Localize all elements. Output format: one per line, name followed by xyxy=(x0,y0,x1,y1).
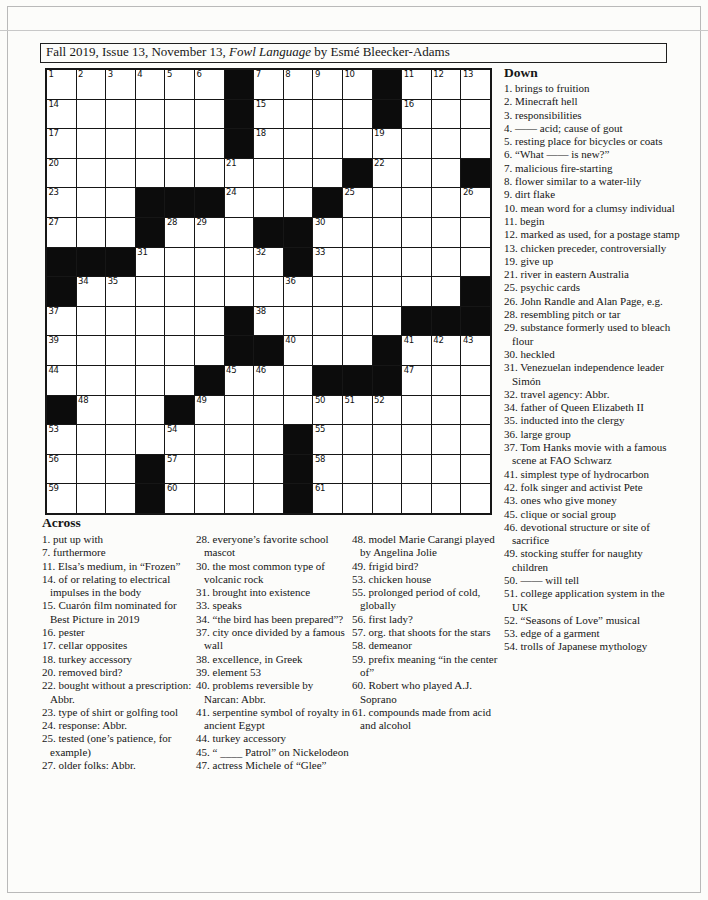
grid-cell[interactable]: 41 xyxy=(402,336,431,365)
grid-cell[interactable] xyxy=(106,396,135,425)
down-clue: 34. father of Queen Elizabeth II xyxy=(504,401,680,414)
grid-cell[interactable] xyxy=(106,100,135,129)
black-cell xyxy=(47,277,76,306)
black-cell xyxy=(373,366,402,395)
grid-cell[interactable]: 44 xyxy=(47,366,76,395)
grid-cell[interactable] xyxy=(106,129,135,158)
grid-cell[interactable] xyxy=(402,484,431,513)
cell-number: 21 xyxy=(226,159,236,169)
grid-cell[interactable] xyxy=(432,277,461,306)
down-clue: 2. Minecraft hell xyxy=(504,95,680,108)
grid-cell[interactable] xyxy=(136,100,165,129)
grid-cell[interactable]: 46 xyxy=(254,366,283,395)
grid-cell[interactable]: 12 xyxy=(432,70,461,99)
grid-cell[interactable]: 33 xyxy=(313,248,342,277)
cell-number: 20 xyxy=(49,159,59,169)
crossword-grid: 1234567891011121314151617181920212223242… xyxy=(45,68,492,515)
black-cell xyxy=(195,366,224,395)
black-cell xyxy=(373,336,402,365)
grid-cell[interactable]: 61 xyxy=(313,484,342,513)
grid-cell[interactable] xyxy=(136,425,165,454)
across-col-2: 28. everyone’s favorite school mascot30.… xyxy=(196,533,350,772)
grid-cell[interactable] xyxy=(373,307,402,336)
grid-cell[interactable]: 9 xyxy=(313,70,342,99)
down-clue: 28. resembling pitch or tar xyxy=(504,308,680,321)
grid-cell[interactable]: 8 xyxy=(284,70,313,99)
grid-cell[interactable]: 29 xyxy=(195,218,224,247)
across-clue: 14. of or relating to electrical impulse… xyxy=(42,573,192,600)
grid-cell[interactable] xyxy=(343,455,372,484)
grid-cell[interactable] xyxy=(77,188,106,217)
black-cell xyxy=(461,307,490,336)
down-clue: 45. clique or social group xyxy=(504,508,680,521)
grid-cell[interactable] xyxy=(195,455,224,484)
grid-cell[interactable] xyxy=(77,307,106,336)
grid-cell[interactable] xyxy=(165,129,194,158)
cell-number: 17 xyxy=(49,129,59,139)
grid-cell[interactable] xyxy=(373,455,402,484)
grid-cell[interactable]: 55 xyxy=(313,425,342,454)
grid-cell[interactable]: 20 xyxy=(47,159,76,188)
cell-number: 11 xyxy=(404,70,414,80)
grid-cell[interactable] xyxy=(461,366,490,395)
grid-cell[interactable] xyxy=(343,336,372,365)
across-clue: 28. everyone’s favorite school mascot xyxy=(196,533,350,560)
grid-cell[interactable] xyxy=(254,396,283,425)
grid-cell[interactable] xyxy=(432,188,461,217)
grid-cell[interactable]: 31 xyxy=(136,248,165,277)
grid-cell[interactable] xyxy=(432,218,461,247)
cell-number: 29 xyxy=(197,218,207,228)
grid-cell[interactable] xyxy=(165,159,194,188)
grid-cell[interactable] xyxy=(284,188,313,217)
grid-cell[interactable] xyxy=(343,129,372,158)
grid-cell[interactable] xyxy=(106,484,135,513)
cell-number: 5 xyxy=(167,70,172,80)
grid-cell[interactable]: 26 xyxy=(461,188,490,217)
black-cell xyxy=(225,129,254,158)
grid-cell[interactable] xyxy=(432,159,461,188)
grid-cell[interactable] xyxy=(195,336,224,365)
grid-cell[interactable]: 34 xyxy=(77,277,106,306)
cell-number: 51 xyxy=(345,396,355,406)
grid-cell[interactable] xyxy=(165,100,194,129)
down-clue: 3. responsibilities xyxy=(504,109,680,122)
grid-cell[interactable] xyxy=(254,425,283,454)
grid-cell[interactable]: 53 xyxy=(47,425,76,454)
grid-cell[interactable] xyxy=(136,396,165,425)
cell-number: 48 xyxy=(78,396,88,406)
grid-cell[interactable]: 15 xyxy=(254,100,283,129)
grid-cell[interactable] xyxy=(165,248,194,277)
grid-cell[interactable]: 21 xyxy=(225,159,254,188)
grid-cell[interactable] xyxy=(225,484,254,513)
grid-cell[interactable] xyxy=(284,307,313,336)
grid-cell[interactable] xyxy=(343,425,372,454)
across-clue: 33. speaks xyxy=(196,599,350,612)
grid-cell[interactable]: 10 xyxy=(343,70,372,99)
grid-cell[interactable] xyxy=(136,129,165,158)
across-clue: 61. compounds made from acid and alcohol xyxy=(352,706,504,733)
grid-cell[interactable] xyxy=(373,188,402,217)
grid-cell[interactable]: 23 xyxy=(47,188,76,217)
down-clue: 52. “Seasons of Love” musical xyxy=(504,614,680,627)
grid-cell[interactable] xyxy=(432,366,461,395)
grid-cell[interactable]: 57 xyxy=(165,455,194,484)
grid-cell[interactable] xyxy=(432,100,461,129)
across-clue: 17. cellar opposites xyxy=(42,639,192,652)
grid-cell[interactable] xyxy=(225,277,254,306)
grid-cell[interactable] xyxy=(254,188,283,217)
grid-cell[interactable] xyxy=(77,484,106,513)
across-clue: 25. tested (one’s patience, for example) xyxy=(42,732,192,759)
cell-number: 49 xyxy=(197,396,207,406)
grid-cell[interactable]: 2 xyxy=(77,70,106,99)
grid-cell[interactable] xyxy=(432,484,461,513)
grid-cell[interactable]: 32 xyxy=(254,248,283,277)
grid-cell[interactable]: 16 xyxy=(402,100,431,129)
grid-cell[interactable] xyxy=(136,159,165,188)
cell-number: 3 xyxy=(108,70,113,80)
down-clue: 35. inducted into the clergy xyxy=(504,414,680,427)
grid-cell[interactable] xyxy=(284,100,313,129)
cell-number: 47 xyxy=(404,366,414,376)
grid-cell[interactable] xyxy=(165,366,194,395)
cell-number: 53 xyxy=(49,425,59,435)
grid-cell[interactable] xyxy=(432,129,461,158)
cell-number: 52 xyxy=(374,396,384,406)
grid-cell[interactable]: 13 xyxy=(461,70,490,99)
across-clue: 60. Robert who played A.J. Soprano xyxy=(352,679,504,706)
down-clue: 19. give up xyxy=(504,255,680,268)
grid-cell[interactable] xyxy=(313,336,342,365)
grid-cell[interactable] xyxy=(313,159,342,188)
down-clue: 26. John Randle and Alan Page, e.g. xyxy=(504,295,680,308)
grid-cell[interactable] xyxy=(461,248,490,277)
grid-cell[interactable]: 22 xyxy=(373,159,402,188)
grid-cell[interactable] xyxy=(402,396,431,425)
across-clue: 27. older folks: Abbr. xyxy=(42,759,192,772)
grid-cell[interactable] xyxy=(195,307,224,336)
title-box: Fall 2019, Issue 13, November 13, Fowl L… xyxy=(40,43,667,63)
cell-number: 61 xyxy=(315,484,325,494)
grid-cell[interactable] xyxy=(313,307,342,336)
across-section: Across 1. put up with7. furthermore11. E… xyxy=(42,516,504,533)
grid-cell[interactable]: 35 xyxy=(106,277,135,306)
across-clue: 44. turkey accessory xyxy=(196,732,350,745)
grid-cell[interactable] xyxy=(136,366,165,395)
cell-number: 45 xyxy=(226,366,236,376)
across-clue: 24. response: Abbr. xyxy=(42,719,192,732)
across-clue: 47. actress Michele of “Glee” xyxy=(196,759,350,772)
grid-cell[interactable] xyxy=(165,307,194,336)
grid-cell[interactable]: 1 xyxy=(47,70,76,99)
grid-cell[interactable]: 37 xyxy=(47,307,76,336)
grid-cell[interactable] xyxy=(195,484,224,513)
grid-cell[interactable] xyxy=(343,277,372,306)
black-cell xyxy=(461,159,490,188)
grid-cell[interactable]: 14 xyxy=(47,100,76,129)
grid-cell[interactable] xyxy=(106,336,135,365)
grid-cell[interactable]: 4 xyxy=(136,70,165,99)
grid-cell[interactable] xyxy=(136,336,165,365)
grid-cell[interactable] xyxy=(461,455,490,484)
grid-cell[interactable] xyxy=(402,129,431,158)
black-cell xyxy=(136,455,165,484)
down-clue: 42. folk singer and activist Pete xyxy=(504,481,680,494)
grid-cell[interactable] xyxy=(461,425,490,454)
grid-cell[interactable] xyxy=(402,159,431,188)
down-clue: 5. resting place for bicycles or coats xyxy=(504,135,680,148)
across-col-1: 1. put up with7. furthermore11. Elsa’s m… xyxy=(42,533,192,772)
newsletter-page: Fall 2019, Issue 13, November 13, Fowl L… xyxy=(0,0,708,900)
grid-cell[interactable]: 48 xyxy=(77,396,106,425)
cell-number: 1 xyxy=(49,70,54,80)
grid-cell[interactable] xyxy=(225,425,254,454)
down-clue: 46. devotional structure or site of sacr… xyxy=(504,521,680,548)
black-cell xyxy=(165,396,194,425)
grid-cell[interactable] xyxy=(195,159,224,188)
cell-number: 33 xyxy=(315,248,325,258)
grid-cell[interactable] xyxy=(77,100,106,129)
cell-number: 32 xyxy=(256,248,266,258)
grid-cell[interactable] xyxy=(461,100,490,129)
black-cell xyxy=(225,70,254,99)
black-cell xyxy=(136,484,165,513)
grid-cell[interactable]: 19 xyxy=(373,129,402,158)
cell-number: 56 xyxy=(49,455,59,465)
across-clue: 55. prolonged period of cold, globally xyxy=(352,586,504,613)
black-cell xyxy=(47,248,76,277)
grid-cell[interactable]: 56 xyxy=(47,455,76,484)
across-clue: 41. serpentine symbol of royalty in anci… xyxy=(196,706,350,733)
cell-number: 7 xyxy=(256,70,261,80)
grid-cell[interactable] xyxy=(284,159,313,188)
grid-cell[interactable]: 50 xyxy=(313,396,342,425)
grid-cell[interactable] xyxy=(461,396,490,425)
title-suffix: by Esmé Bleecker-Adams xyxy=(311,44,450,59)
grid-cell[interactable] xyxy=(225,248,254,277)
grid-cell[interactable]: 7 xyxy=(254,70,283,99)
grid-cell[interactable] xyxy=(313,129,342,158)
black-cell xyxy=(284,218,313,247)
grid-cell[interactable] xyxy=(313,277,342,306)
grid-cell[interactable]: 58 xyxy=(313,455,342,484)
grid-cell[interactable] xyxy=(343,218,372,247)
cell-number: 54 xyxy=(167,425,177,435)
across-clue: 11. Elsa’s medium, in “Frozen” xyxy=(42,560,192,573)
cell-number: 35 xyxy=(108,277,118,287)
grid-cell[interactable] xyxy=(195,100,224,129)
grid-cell[interactable] xyxy=(106,188,135,217)
grid-cell[interactable] xyxy=(77,425,106,454)
grid-cell[interactable] xyxy=(402,218,431,247)
grid-cell[interactable]: 47 xyxy=(402,366,431,395)
grid-cell[interactable] xyxy=(106,218,135,247)
grid-cell[interactable] xyxy=(402,188,431,217)
across-clue: 30. the most common type of volcanic roc… xyxy=(196,560,350,587)
grid-cell[interactable]: 59 xyxy=(47,484,76,513)
down-clue: 29. substance formerly used to bleach fl… xyxy=(504,321,680,348)
grid-cell[interactable]: 17 xyxy=(47,129,76,158)
down-clue: 6. “What —— is new?” xyxy=(504,148,680,161)
black-cell xyxy=(136,218,165,247)
black-cell xyxy=(254,336,283,365)
grid-cell[interactable] xyxy=(195,129,224,158)
grid-cell[interactable]: 51 xyxy=(343,396,372,425)
down-clue: 8. flower similar to a water-lily xyxy=(504,175,680,188)
grid-cell[interactable] xyxy=(136,277,165,306)
cell-number: 24 xyxy=(226,188,236,198)
down-clue: 30. heckled xyxy=(504,348,680,361)
grid-cell[interactable]: 60 xyxy=(165,484,194,513)
grid-cell[interactable] xyxy=(106,425,135,454)
grid-cell[interactable] xyxy=(77,336,106,365)
grid-cell[interactable]: 27 xyxy=(47,218,76,247)
grid-cell[interactable] xyxy=(254,455,283,484)
cell-number: 50 xyxy=(315,396,325,406)
grid-cell[interactable]: 49 xyxy=(195,396,224,425)
grid-cell[interactable] xyxy=(343,484,372,513)
black-cell xyxy=(136,188,165,217)
grid-cell[interactable]: 36 xyxy=(284,277,313,306)
grid-cell[interactable] xyxy=(461,129,490,158)
grid-cell[interactable]: 5 xyxy=(165,70,194,99)
grid-cell[interactable]: 52 xyxy=(373,396,402,425)
black-cell xyxy=(402,307,431,336)
cell-number: 55 xyxy=(315,425,325,435)
grid-cell[interactable] xyxy=(373,277,402,306)
across-clue: 48. model Marie Carangi played by Angeli… xyxy=(352,533,504,560)
black-cell xyxy=(47,396,76,425)
cell-number: 16 xyxy=(404,100,414,110)
black-cell xyxy=(225,307,254,336)
cell-number: 4 xyxy=(137,70,142,80)
grid-cell[interactable] xyxy=(284,366,313,395)
cell-number: 60 xyxy=(167,484,177,494)
grid-cell[interactable] xyxy=(77,455,106,484)
grid-cell[interactable] xyxy=(402,277,431,306)
grid-cell[interactable] xyxy=(165,277,194,306)
grid-cell[interactable] xyxy=(432,396,461,425)
grid-cell[interactable] xyxy=(106,366,135,395)
grid-cell[interactable] xyxy=(106,307,135,336)
grid-cell[interactable] xyxy=(106,159,135,188)
grid-cell[interactable] xyxy=(195,248,224,277)
grid-cell[interactable] xyxy=(106,455,135,484)
down-clue: 53. edge of a garment xyxy=(504,627,680,640)
grid-cell[interactable]: 25 xyxy=(343,188,372,217)
cell-number: 23 xyxy=(49,188,59,198)
grid-cell[interactable] xyxy=(254,159,283,188)
grid-cell[interactable] xyxy=(402,425,431,454)
grid-cell[interactable] xyxy=(461,484,490,513)
grid-cell[interactable]: 3 xyxy=(106,70,135,99)
black-cell xyxy=(165,188,194,217)
grid-cell[interactable]: 28 xyxy=(165,218,194,247)
grid-cell[interactable]: 42 xyxy=(432,336,461,365)
grid-cell[interactable] xyxy=(77,366,106,395)
grid-cell[interactable] xyxy=(284,129,313,158)
across-clue: 22. bought without a prescription: Abbr. xyxy=(42,679,192,706)
grid-cell[interactable] xyxy=(254,277,283,306)
down-clue: 13. chicken preceder, controversially xyxy=(504,242,680,255)
down-clue: 1. brings to fruition xyxy=(504,82,680,95)
grid-cell[interactable] xyxy=(165,336,194,365)
across-clue: 15. Cuarón film nominated for Best Pictu… xyxy=(42,599,192,626)
across-clue: 53. chicken house xyxy=(352,573,504,586)
grid-cell[interactable] xyxy=(461,218,490,247)
grid-cell[interactable] xyxy=(373,218,402,247)
grid-cell[interactable] xyxy=(343,100,372,129)
cell-number: 43 xyxy=(463,336,473,346)
grid-cell[interactable] xyxy=(343,307,372,336)
grid-cell[interactable]: 39 xyxy=(47,336,76,365)
down-clue: 21. river in eastern Australia xyxy=(504,268,680,281)
black-cell xyxy=(225,336,254,365)
down-clue: 37. Tom Hanks movie with a famous scene … xyxy=(504,441,680,468)
grid-cell[interactable]: 30 xyxy=(313,218,342,247)
grid-cell[interactable] xyxy=(77,129,106,158)
grid-cell[interactable]: 43 xyxy=(461,336,490,365)
grid-cell[interactable] xyxy=(225,218,254,247)
grid-cell[interactable] xyxy=(373,425,402,454)
grid-cell[interactable]: 11 xyxy=(402,70,431,99)
grid-cell[interactable]: 54 xyxy=(165,425,194,454)
black-cell xyxy=(284,425,313,454)
grid-cell[interactable] xyxy=(195,425,224,454)
cell-number: 57 xyxy=(167,455,177,465)
grid-cell[interactable] xyxy=(402,455,431,484)
grid-cell[interactable]: 40 xyxy=(284,336,313,365)
cell-number: 46 xyxy=(256,366,266,376)
grid-cell[interactable] xyxy=(136,307,165,336)
grid-cell[interactable]: 18 xyxy=(254,129,283,158)
grid-cell[interactable]: 38 xyxy=(254,307,283,336)
down-clue: 50. —— will tell xyxy=(504,574,680,587)
grid-cell[interactable] xyxy=(432,248,461,277)
grid-cell[interactable] xyxy=(254,484,283,513)
grid-cell[interactable] xyxy=(284,396,313,425)
grid-cell[interactable] xyxy=(373,248,402,277)
grid-cell[interactable] xyxy=(225,396,254,425)
grid-cell[interactable] xyxy=(195,277,224,306)
grid-cell[interactable] xyxy=(313,100,342,129)
grid-cell[interactable] xyxy=(402,248,431,277)
grid-cell[interactable] xyxy=(432,455,461,484)
grid-cell[interactable]: 6 xyxy=(195,70,224,99)
down-clue: 4. —— acid; cause of gout xyxy=(504,122,680,135)
grid-cell[interactable] xyxy=(432,425,461,454)
grid-cell[interactable] xyxy=(343,248,372,277)
across-clue: 56. first lady? xyxy=(352,613,504,626)
top-rule xyxy=(0,30,708,31)
grid-cell[interactable]: 24 xyxy=(225,188,254,217)
black-cell xyxy=(254,218,283,247)
down-clue: 9. dirt flake xyxy=(504,188,680,201)
down-clue: 31. Venezuelan independence leader Simón xyxy=(504,361,680,388)
grid-cell[interactable] xyxy=(225,455,254,484)
grid-cell[interactable] xyxy=(77,159,106,188)
grid-cell[interactable]: 45 xyxy=(225,366,254,395)
across-clue: 23. type of shirt or golfing tool xyxy=(42,706,192,719)
grid-cell[interactable] xyxy=(77,218,106,247)
cell-number: 2 xyxy=(78,70,83,80)
across-clue: 40. problems reversible by Narcan: Abbr. xyxy=(196,679,350,706)
across-clue: 49. frigid bird? xyxy=(352,560,504,573)
grid-cell[interactable] xyxy=(373,484,402,513)
black-cell xyxy=(225,100,254,129)
